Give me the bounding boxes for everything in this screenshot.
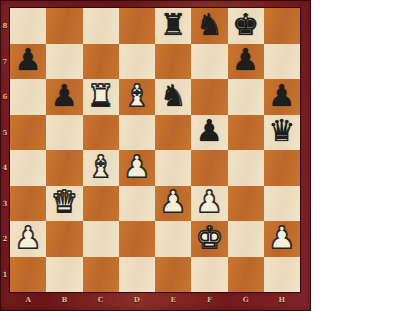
piece-black-queen[interactable]: ♛ — [268, 116, 295, 146]
square-e3[interactable]: ♟ — [155, 186, 191, 222]
square-g7[interactable]: ♟ — [228, 44, 264, 80]
square-c5[interactable] — [83, 115, 119, 151]
piece-white-pawn[interactable]: ♟ — [196, 187, 223, 217]
chess-board: 87654321 ABCDEFGH ♜♞♚♟♟♟♜♝♞♟♟♛♝♟♛♟♟♟♚♟ — [0, 0, 311, 311]
square-g3[interactable] — [228, 186, 264, 222]
square-a3[interactable] — [10, 186, 46, 222]
square-g2[interactable] — [228, 221, 264, 257]
square-b2[interactable] — [46, 221, 82, 257]
square-b5[interactable] — [46, 115, 82, 151]
square-b6[interactable]: ♟ — [46, 79, 82, 115]
square-e1[interactable] — [155, 257, 191, 293]
piece-black-pawn[interactable]: ♟ — [268, 81, 295, 111]
square-a2[interactable]: ♟ — [10, 221, 46, 257]
square-a7[interactable]: ♟ — [10, 44, 46, 80]
square-b7[interactable] — [46, 44, 82, 80]
piece-white-bishop[interactable]: ♝ — [123, 81, 150, 111]
square-e5[interactable] — [155, 115, 191, 151]
file-label-h: H — [264, 292, 300, 307]
square-h1[interactable] — [264, 257, 300, 293]
square-b3[interactable]: ♛ — [46, 186, 82, 222]
square-e8[interactable]: ♜ — [155, 8, 191, 44]
square-g1[interactable] — [228, 257, 264, 293]
board-grid: ♜♞♚♟♟♟♜♝♞♟♟♛♝♟♛♟♟♟♚♟ — [10, 8, 300, 292]
square-c1[interactable] — [83, 257, 119, 293]
rank-label-8: 8 — [0, 8, 10, 44]
file-label-b: B — [46, 292, 82, 307]
square-f3[interactable]: ♟ — [191, 186, 227, 222]
square-d5[interactable] — [119, 115, 155, 151]
square-f7[interactable] — [191, 44, 227, 80]
square-h2[interactable]: ♟ — [264, 221, 300, 257]
square-a6[interactable] — [10, 79, 46, 115]
rank-label-4: 4 — [0, 150, 10, 186]
file-label-d: D — [119, 292, 155, 307]
square-a1[interactable] — [10, 257, 46, 293]
piece-white-pawn[interactable]: ♟ — [15, 223, 42, 253]
square-d2[interactable] — [119, 221, 155, 257]
piece-white-pawn[interactable]: ♟ — [160, 187, 187, 217]
square-f1[interactable] — [191, 257, 227, 293]
piece-black-pawn[interactable]: ♟ — [15, 45, 42, 75]
square-b4[interactable] — [46, 150, 82, 186]
square-f5[interactable]: ♟ — [191, 115, 227, 151]
square-c4[interactable]: ♝ — [83, 150, 119, 186]
square-d3[interactable] — [119, 186, 155, 222]
square-h8[interactable] — [264, 8, 300, 44]
file-label-f: F — [191, 292, 227, 307]
square-h3[interactable] — [264, 186, 300, 222]
square-c7[interactable] — [83, 44, 119, 80]
rank-label-6: 6 — [0, 79, 10, 115]
piece-black-knight[interactable]: ♞ — [160, 81, 187, 111]
square-f2[interactable]: ♚ — [191, 221, 227, 257]
square-c2[interactable] — [83, 221, 119, 257]
rank-label-3: 3 — [0, 186, 10, 222]
file-label-e: E — [155, 292, 191, 307]
rank-label-7: 7 — [0, 44, 10, 80]
rank-label-1: 1 — [0, 257, 10, 293]
piece-black-knight[interactable]: ♞ — [196, 10, 223, 40]
square-d7[interactable] — [119, 44, 155, 80]
square-b8[interactable] — [46, 8, 82, 44]
square-c6[interactable]: ♜ — [83, 79, 119, 115]
file-label-a: A — [10, 292, 46, 307]
piece-white-bishop[interactable]: ♝ — [87, 152, 114, 182]
square-d8[interactable] — [119, 8, 155, 44]
piece-black-pawn[interactable]: ♟ — [51, 81, 78, 111]
square-c8[interactable] — [83, 8, 119, 44]
piece-black-pawn[interactable]: ♟ — [196, 116, 223, 146]
square-a5[interactable] — [10, 115, 46, 151]
square-e7[interactable] — [155, 44, 191, 80]
screenshot-canvas: 87654321 ABCDEFGH ♜♞♚♟♟♟♜♝♞♟♟♛♝♟♛♟♟♟♚♟ — [0, 0, 414, 311]
piece-white-pawn[interactable]: ♟ — [123, 152, 150, 182]
square-h7[interactable] — [264, 44, 300, 80]
square-c3[interactable] — [83, 186, 119, 222]
square-e2[interactable] — [155, 221, 191, 257]
square-d6[interactable]: ♝ — [119, 79, 155, 115]
square-e4[interactable] — [155, 150, 191, 186]
square-g8[interactable]: ♚ — [228, 8, 264, 44]
square-e6[interactable]: ♞ — [155, 79, 191, 115]
square-g5[interactable] — [228, 115, 264, 151]
square-b1[interactable] — [46, 257, 82, 293]
square-h5[interactable]: ♛ — [264, 115, 300, 151]
square-d4[interactable]: ♟ — [119, 150, 155, 186]
square-g6[interactable] — [228, 79, 264, 115]
file-label-c: C — [83, 292, 119, 307]
piece-black-pawn[interactable]: ♟ — [232, 45, 259, 75]
rank-label-5: 5 — [0, 115, 10, 151]
piece-white-pawn[interactable]: ♟ — [268, 223, 295, 253]
square-h6[interactable]: ♟ — [264, 79, 300, 115]
file-label-g: G — [228, 292, 264, 307]
rank-label-2: 2 — [0, 221, 10, 257]
piece-black-king[interactable]: ♚ — [232, 10, 259, 40]
file-labels: ABCDEFGH — [10, 292, 300, 307]
rank-labels: 87654321 — [0, 8, 10, 292]
piece-black-rook[interactable]: ♜ — [160, 10, 187, 40]
square-f6[interactable] — [191, 79, 227, 115]
square-g4[interactable] — [228, 150, 264, 186]
square-f8[interactable]: ♞ — [191, 8, 227, 44]
square-d1[interactable] — [119, 257, 155, 293]
square-f4[interactable] — [191, 150, 227, 186]
piece-white-rook[interactable]: ♜ — [87, 81, 114, 111]
square-a4[interactable] — [10, 150, 46, 186]
square-a8[interactable] — [10, 8, 46, 44]
piece-white-king[interactable]: ♚ — [196, 223, 223, 253]
piece-white-queen[interactable]: ♛ — [51, 187, 78, 217]
square-h4[interactable] — [264, 150, 300, 186]
